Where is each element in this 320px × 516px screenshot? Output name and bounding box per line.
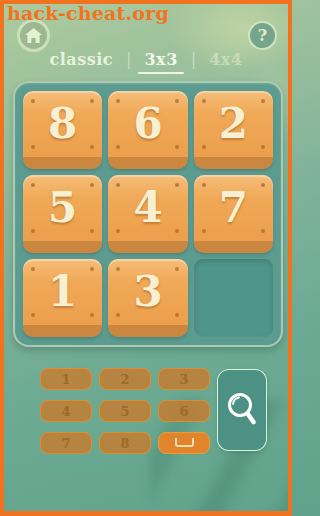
- goal-tile-8: 8: [99, 432, 151, 454]
- tile-number: 5: [48, 187, 77, 229]
- tile-number: 6: [133, 103, 162, 145]
- goal-tile-2: 2: [99, 368, 151, 390]
- tab-3x3[interactable]: 3x3: [144, 50, 177, 69]
- tile-screws: [31, 183, 35, 187]
- puzzle-board: 8 6 2 5 4 7 1 3: [13, 81, 283, 347]
- tile-screws: [202, 183, 206, 187]
- goal-tile-4: 4: [40, 400, 92, 422]
- watermark-text: hack-cheat.org: [7, 2, 169, 24]
- magnifier-button[interactable]: [217, 369, 267, 451]
- tile-number: 3: [133, 271, 162, 313]
- blank-slot-icon: [175, 438, 194, 447]
- board-tile-r1c3[interactable]: 2: [194, 91, 273, 169]
- help-icon: ?: [258, 26, 267, 45]
- board-tile-r1c2[interactable]: 6: [108, 91, 187, 169]
- tile-screws: [31, 267, 35, 271]
- tab-separator: |: [191, 50, 196, 69]
- goal-tile-7: 7: [40, 432, 92, 454]
- home-icon: [25, 28, 42, 43]
- board-empty-cell: [194, 259, 273, 337]
- tile-number: 4: [133, 187, 162, 229]
- tile-screws: [202, 99, 206, 103]
- tab-separator: |: [126, 50, 131, 69]
- board-tile-r2c3[interactable]: 7: [194, 175, 273, 253]
- goal-tile-1: 1: [40, 368, 92, 390]
- tab-4x4[interactable]: 4x4: [209, 50, 242, 69]
- tile-screws: [116, 99, 120, 103]
- goal-preview-grid: 1 2 3 4 5 6 7 8: [40, 368, 210, 454]
- help-button[interactable]: ?: [248, 21, 277, 50]
- tile-number: 8: [48, 103, 77, 145]
- goal-tile-6: 6: [158, 400, 210, 422]
- tile-number: 1: [48, 271, 77, 313]
- board-tile-r1c1[interactable]: 8: [23, 91, 102, 169]
- tile-number: 2: [219, 103, 248, 145]
- tab-classic[interactable]: classic: [50, 50, 114, 69]
- board-tile-r2c2[interactable]: 4: [108, 175, 187, 253]
- magnifier-icon: [224, 391, 260, 429]
- goal-tile-3: 3: [158, 368, 210, 390]
- board-tile-r3c2[interactable]: 3: [108, 259, 187, 337]
- tile-screws: [116, 183, 120, 187]
- tile-screws: [31, 99, 35, 103]
- board-tile-r3c1[interactable]: 1: [23, 259, 102, 337]
- board-tile-r2c1[interactable]: 5: [23, 175, 102, 253]
- goal-tile-5: 5: [99, 400, 151, 422]
- tile-screws: [116, 267, 120, 271]
- mode-tabs: classic | 3x3 | 4x4: [0, 50, 292, 69]
- tile-number: 7: [219, 187, 248, 229]
- goal-tile-blank: [158, 432, 210, 454]
